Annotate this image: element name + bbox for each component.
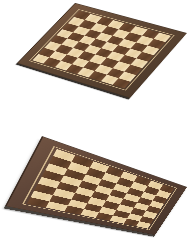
board-frame — [17, 3, 187, 98]
board-frame — [5, 136, 187, 235]
board-grid — [27, 149, 174, 229]
board-square — [136, 221, 151, 228]
chess-board-photo-bottom — [5, 136, 187, 235]
board-grid — [32, 11, 170, 88]
product-image-gallery — [0, 0, 190, 250]
chess-board-photo-top — [17, 3, 187, 98]
board-inlay-border — [29, 9, 175, 90]
board-inlay-border — [22, 146, 177, 230]
